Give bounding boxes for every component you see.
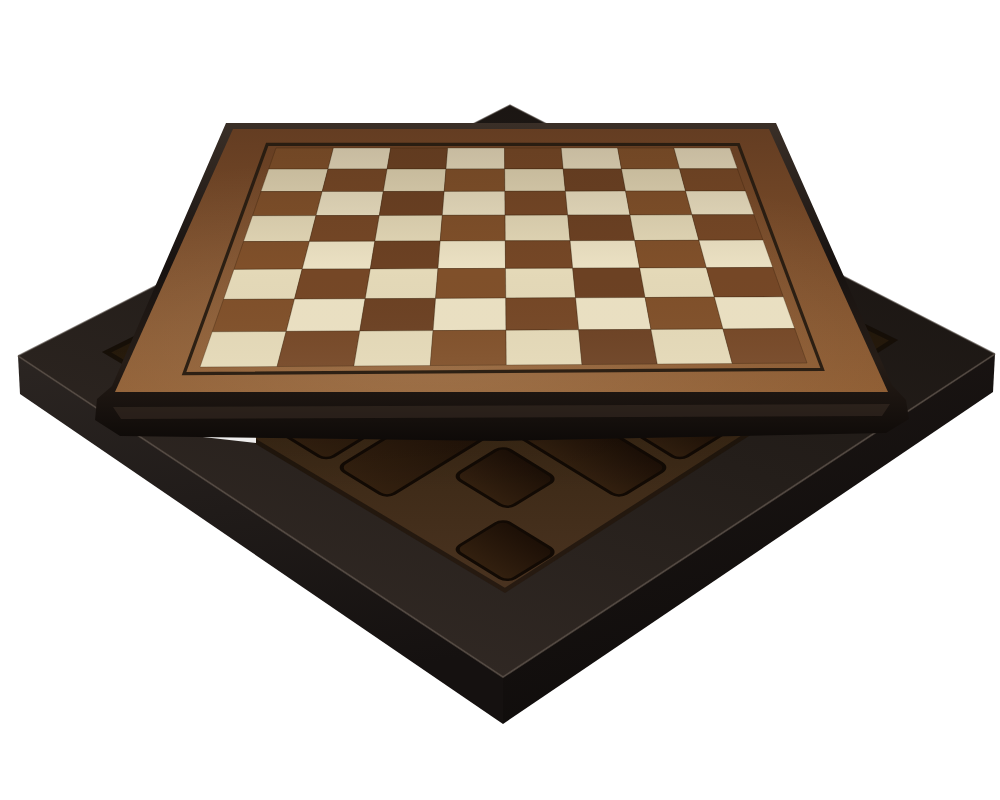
chessboard-lid: [95, 123, 909, 441]
playfield-depth-haze: [200, 148, 807, 367]
product-photo-stage: [0, 0, 1000, 800]
chess-set-scene: [0, 0, 1000, 800]
